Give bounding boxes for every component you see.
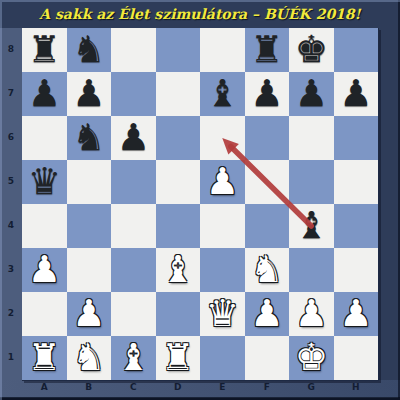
file-label-A: A: [22, 382, 67, 392]
square-b5[interactable]: [67, 160, 112, 204]
rank-label-3: 3: [0, 264, 22, 274]
square-c7[interactable]: [111, 72, 156, 116]
piece-white-queen[interactable]: ♛: [206, 292, 239, 336]
piece-white-pawn[interactable]: ♟: [72, 292, 105, 336]
piece-white-knight[interactable]: ♞: [72, 336, 105, 380]
square-c1[interactable]: ♝: [111, 336, 156, 380]
piece-black-queen[interactable]: ♛: [28, 160, 61, 204]
chess-board: ♜♞♜♚♟♟♝♟♟♟♞♟♛♟♝♟♝♞♟♛♟♟♟♜♞♝♜♚: [22, 28, 379, 381]
piece-white-knight[interactable]: ♞: [250, 248, 283, 292]
square-d5[interactable]: [156, 160, 201, 204]
file-label-B: B: [67, 382, 112, 392]
square-c5[interactable]: [111, 160, 156, 204]
piece-white-bishop[interactable]: ♝: [161, 248, 194, 292]
rank-label-6: 6: [0, 132, 22, 142]
square-a4[interactable]: [22, 204, 67, 248]
square-h1[interactable]: [334, 336, 379, 380]
piece-black-pawn[interactable]: ♟: [250, 72, 283, 116]
square-g4[interactable]: ♝: [289, 204, 334, 248]
square-g5[interactable]: [289, 160, 334, 204]
square-e2[interactable]: ♛: [200, 292, 245, 336]
square-e4[interactable]: [200, 204, 245, 248]
square-c8[interactable]: [111, 28, 156, 72]
file-label-C: C: [111, 382, 156, 392]
piece-black-pawn[interactable]: ♟: [295, 72, 328, 116]
square-a5[interactable]: ♛: [22, 160, 67, 204]
piece-black-pawn[interactable]: ♟: [339, 72, 372, 116]
piece-white-pawn[interactable]: ♟: [250, 292, 283, 336]
square-c3[interactable]: [111, 248, 156, 292]
rank-label-1: 1: [0, 352, 22, 362]
square-f3[interactable]: ♞: [245, 248, 290, 292]
square-f6[interactable]: [245, 116, 290, 160]
square-b1[interactable]: ♞: [67, 336, 112, 380]
piece-black-pawn[interactable]: ♟: [72, 72, 105, 116]
square-h7[interactable]: ♟: [334, 72, 379, 116]
square-g1[interactable]: ♚: [289, 336, 334, 380]
rank-label-2: 2: [0, 308, 22, 318]
square-a2[interactable]: [22, 292, 67, 336]
square-h4[interactable]: [334, 204, 379, 248]
piece-black-rook[interactable]: ♜: [250, 28, 283, 72]
square-d7[interactable]: [156, 72, 201, 116]
rank-label-7: 7: [0, 88, 22, 98]
square-g7[interactable]: ♟: [289, 72, 334, 116]
square-d1[interactable]: ♜: [156, 336, 201, 380]
square-b2[interactable]: ♟: [67, 292, 112, 336]
file-label-E: E: [200, 382, 245, 392]
file-label-F: F: [245, 382, 290, 392]
file-label-H: H: [334, 382, 379, 392]
piece-white-rook[interactable]: ♜: [161, 336, 194, 380]
piece-white-rook[interactable]: ♜: [28, 336, 61, 380]
board-title: A sakk az Élet szimulátora – BÚÉK 2018!: [0, 3, 400, 25]
square-f1[interactable]: [245, 336, 290, 380]
square-f5[interactable]: [245, 160, 290, 204]
square-f2[interactable]: ♟: [245, 292, 290, 336]
piece-white-pawn[interactable]: ♟: [206, 160, 239, 204]
piece-white-pawn[interactable]: ♟: [28, 248, 61, 292]
square-h6[interactable]: [334, 116, 379, 160]
rank-label-strip: [0, 28, 22, 400]
square-g2[interactable]: ♟: [289, 292, 334, 336]
piece-black-rook[interactable]: ♜: [28, 28, 61, 72]
square-f4[interactable]: [245, 204, 290, 248]
piece-white-pawn[interactable]: ♟: [339, 292, 372, 336]
square-a6[interactable]: [22, 116, 67, 160]
square-g8[interactable]: ♚: [289, 28, 334, 72]
piece-black-knight[interactable]: ♞: [72, 28, 105, 72]
square-a8[interactable]: ♜: [22, 28, 67, 72]
piece-black-pawn[interactable]: ♟: [28, 72, 61, 116]
rank-label-4: 4: [0, 220, 22, 230]
square-c2[interactable]: [111, 292, 156, 336]
square-h5[interactable]: [334, 160, 379, 204]
piece-black-king[interactable]: ♚: [295, 28, 328, 72]
piece-white-king[interactable]: ♚: [295, 336, 328, 380]
square-b8[interactable]: ♞: [67, 28, 112, 72]
rank-label-8: 8: [0, 44, 22, 54]
square-a3[interactable]: ♟: [22, 248, 67, 292]
square-e8[interactable]: [200, 28, 245, 72]
square-g3[interactable]: [289, 248, 334, 292]
square-b7[interactable]: ♟: [67, 72, 112, 116]
piece-black-bishop[interactable]: ♝: [206, 72, 239, 116]
square-b6[interactable]: ♞: [67, 116, 112, 160]
square-b3[interactable]: [67, 248, 112, 292]
square-e1[interactable]: [200, 336, 245, 380]
square-b4[interactable]: [67, 204, 112, 248]
piece-black-pawn[interactable]: ♟: [117, 116, 150, 160]
square-d8[interactable]: [156, 28, 201, 72]
square-h8[interactable]: [334, 28, 379, 72]
square-d3[interactable]: ♝: [156, 248, 201, 292]
square-e5[interactable]: ♟: [200, 160, 245, 204]
square-h3[interactable]: [334, 248, 379, 292]
piece-white-bishop[interactable]: ♝: [117, 336, 150, 380]
square-d6[interactable]: [156, 116, 201, 160]
square-h2[interactable]: ♟: [334, 292, 379, 336]
square-a1[interactable]: ♜: [22, 336, 67, 380]
square-d2[interactable]: [156, 292, 201, 336]
piece-white-pawn[interactable]: ♟: [295, 292, 328, 336]
file-label-G: G: [289, 382, 334, 392]
square-g6[interactable]: [289, 116, 334, 160]
file-label-D: D: [156, 382, 201, 392]
square-c6[interactable]: ♟: [111, 116, 156, 160]
square-c4[interactable]: [111, 204, 156, 248]
square-e6[interactable]: [200, 116, 245, 160]
square-e7[interactable]: ♝: [200, 72, 245, 116]
square-f7[interactable]: ♟: [245, 72, 290, 116]
square-e3[interactable]: [200, 248, 245, 292]
square-f8[interactable]: ♜: [245, 28, 290, 72]
piece-black-bishop[interactable]: ♝: [295, 204, 328, 248]
rank-label-5: 5: [0, 176, 22, 186]
piece-black-knight[interactable]: ♞: [72, 116, 105, 160]
square-a7[interactable]: ♟: [22, 72, 67, 116]
square-d4[interactable]: [156, 204, 201, 248]
